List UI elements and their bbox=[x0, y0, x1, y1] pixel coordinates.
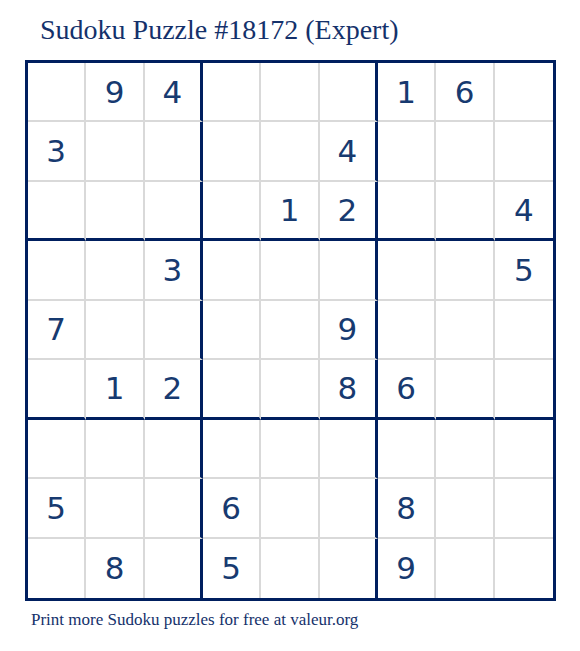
page-title: Sudoku Puzzle #18172 (Expert) bbox=[40, 14, 399, 46]
cell-r8c5[interactable] bbox=[261, 479, 319, 538]
cell-r5c5[interactable] bbox=[261, 301, 319, 360]
cell-r3c9[interactable]: 4 bbox=[495, 182, 553, 241]
cell-r1c8[interactable]: 6 bbox=[436, 63, 494, 122]
cell-r3c1[interactable] bbox=[28, 182, 86, 241]
cell-r2c6[interactable]: 4 bbox=[320, 122, 378, 181]
cell-r7c5[interactable] bbox=[261, 420, 319, 479]
cell-r9c9[interactable] bbox=[495, 539, 553, 598]
cell-r9c8[interactable] bbox=[436, 539, 494, 598]
sudoku-page: Sudoku Puzzle #18172 (Expert) 9416341243… bbox=[0, 0, 580, 651]
cell-r2c4[interactable] bbox=[203, 122, 261, 181]
cell-r3c4[interactable] bbox=[203, 182, 261, 241]
cell-r7c6[interactable] bbox=[320, 420, 378, 479]
cell-r2c2[interactable] bbox=[86, 122, 144, 181]
cell-r7c2[interactable] bbox=[86, 420, 144, 479]
cell-r4c3[interactable]: 3 bbox=[145, 241, 203, 300]
footer-text: Print more Sudoku puzzles for free at va… bbox=[31, 610, 358, 630]
cell-r7c3[interactable] bbox=[145, 420, 203, 479]
cell-r2c8[interactable] bbox=[436, 122, 494, 181]
cell-r4c4[interactable] bbox=[203, 241, 261, 300]
cell-r8c7[interactable]: 8 bbox=[378, 479, 436, 538]
cell-r1c1[interactable] bbox=[28, 63, 86, 122]
cell-r3c6[interactable]: 2 bbox=[320, 182, 378, 241]
cell-r1c5[interactable] bbox=[261, 63, 319, 122]
cell-r6c1[interactable] bbox=[28, 360, 86, 419]
cell-r1c3[interactable]: 4 bbox=[145, 63, 203, 122]
cell-r5c8[interactable] bbox=[436, 301, 494, 360]
cell-r1c2[interactable]: 9 bbox=[86, 63, 144, 122]
cell-r4c8[interactable] bbox=[436, 241, 494, 300]
cell-r2c7[interactable] bbox=[378, 122, 436, 181]
cell-r6c6[interactable]: 8 bbox=[320, 360, 378, 419]
cell-r8c4[interactable]: 6 bbox=[203, 479, 261, 538]
cell-r4c9[interactable]: 5 bbox=[495, 241, 553, 300]
cell-r6c9[interactable] bbox=[495, 360, 553, 419]
cell-r3c2[interactable] bbox=[86, 182, 144, 241]
cell-r4c7[interactable] bbox=[378, 241, 436, 300]
cell-r3c3[interactable] bbox=[145, 182, 203, 241]
cell-r4c5[interactable] bbox=[261, 241, 319, 300]
cell-r6c3[interactable]: 2 bbox=[145, 360, 203, 419]
cell-r5c3[interactable] bbox=[145, 301, 203, 360]
cell-r7c4[interactable] bbox=[203, 420, 261, 479]
cell-r7c1[interactable] bbox=[28, 420, 86, 479]
cell-r7c8[interactable] bbox=[436, 420, 494, 479]
cell-r8c9[interactable] bbox=[495, 479, 553, 538]
cell-r8c8[interactable] bbox=[436, 479, 494, 538]
cell-r6c4[interactable] bbox=[203, 360, 261, 419]
cell-r4c6[interactable] bbox=[320, 241, 378, 300]
cell-r2c9[interactable] bbox=[495, 122, 553, 181]
cell-r6c7[interactable]: 6 bbox=[378, 360, 436, 419]
cell-r4c2[interactable] bbox=[86, 241, 144, 300]
cell-r1c9[interactable] bbox=[495, 63, 553, 122]
cell-r6c8[interactable] bbox=[436, 360, 494, 419]
cell-r8c6[interactable] bbox=[320, 479, 378, 538]
cell-r9c6[interactable] bbox=[320, 539, 378, 598]
cell-r6c5[interactable] bbox=[261, 360, 319, 419]
cell-r1c4[interactable] bbox=[203, 63, 261, 122]
cell-r5c2[interactable] bbox=[86, 301, 144, 360]
cell-r8c3[interactable] bbox=[145, 479, 203, 538]
cell-r3c7[interactable] bbox=[378, 182, 436, 241]
cell-r5c4[interactable] bbox=[203, 301, 261, 360]
cell-r9c1[interactable] bbox=[28, 539, 86, 598]
cell-r8c1[interactable]: 5 bbox=[28, 479, 86, 538]
cell-r5c7[interactable] bbox=[378, 301, 436, 360]
cell-r1c6[interactable] bbox=[320, 63, 378, 122]
cell-r8c2[interactable] bbox=[86, 479, 144, 538]
cell-r9c3[interactable] bbox=[145, 539, 203, 598]
cell-r4c1[interactable] bbox=[28, 241, 86, 300]
cell-r9c5[interactable] bbox=[261, 539, 319, 598]
cell-r3c8[interactable] bbox=[436, 182, 494, 241]
sudoku-board: 94163412435791286568859 bbox=[25, 60, 556, 601]
cell-r9c7[interactable]: 9 bbox=[378, 539, 436, 598]
cell-r2c1[interactable]: 3 bbox=[28, 122, 86, 181]
cell-r5c1[interactable]: 7 bbox=[28, 301, 86, 360]
cell-r7c7[interactable] bbox=[378, 420, 436, 479]
cell-r6c2[interactable]: 1 bbox=[86, 360, 144, 419]
cell-r1c7[interactable]: 1 bbox=[378, 63, 436, 122]
cell-r5c6[interactable]: 9 bbox=[320, 301, 378, 360]
cell-r9c4[interactable]: 5 bbox=[203, 539, 261, 598]
cell-r5c9[interactable] bbox=[495, 301, 553, 360]
cell-r7c9[interactable] bbox=[495, 420, 553, 479]
cell-r9c2[interactable]: 8 bbox=[86, 539, 144, 598]
cell-r2c3[interactable] bbox=[145, 122, 203, 181]
cell-r3c5[interactable]: 1 bbox=[261, 182, 319, 241]
cell-r2c5[interactable] bbox=[261, 122, 319, 181]
